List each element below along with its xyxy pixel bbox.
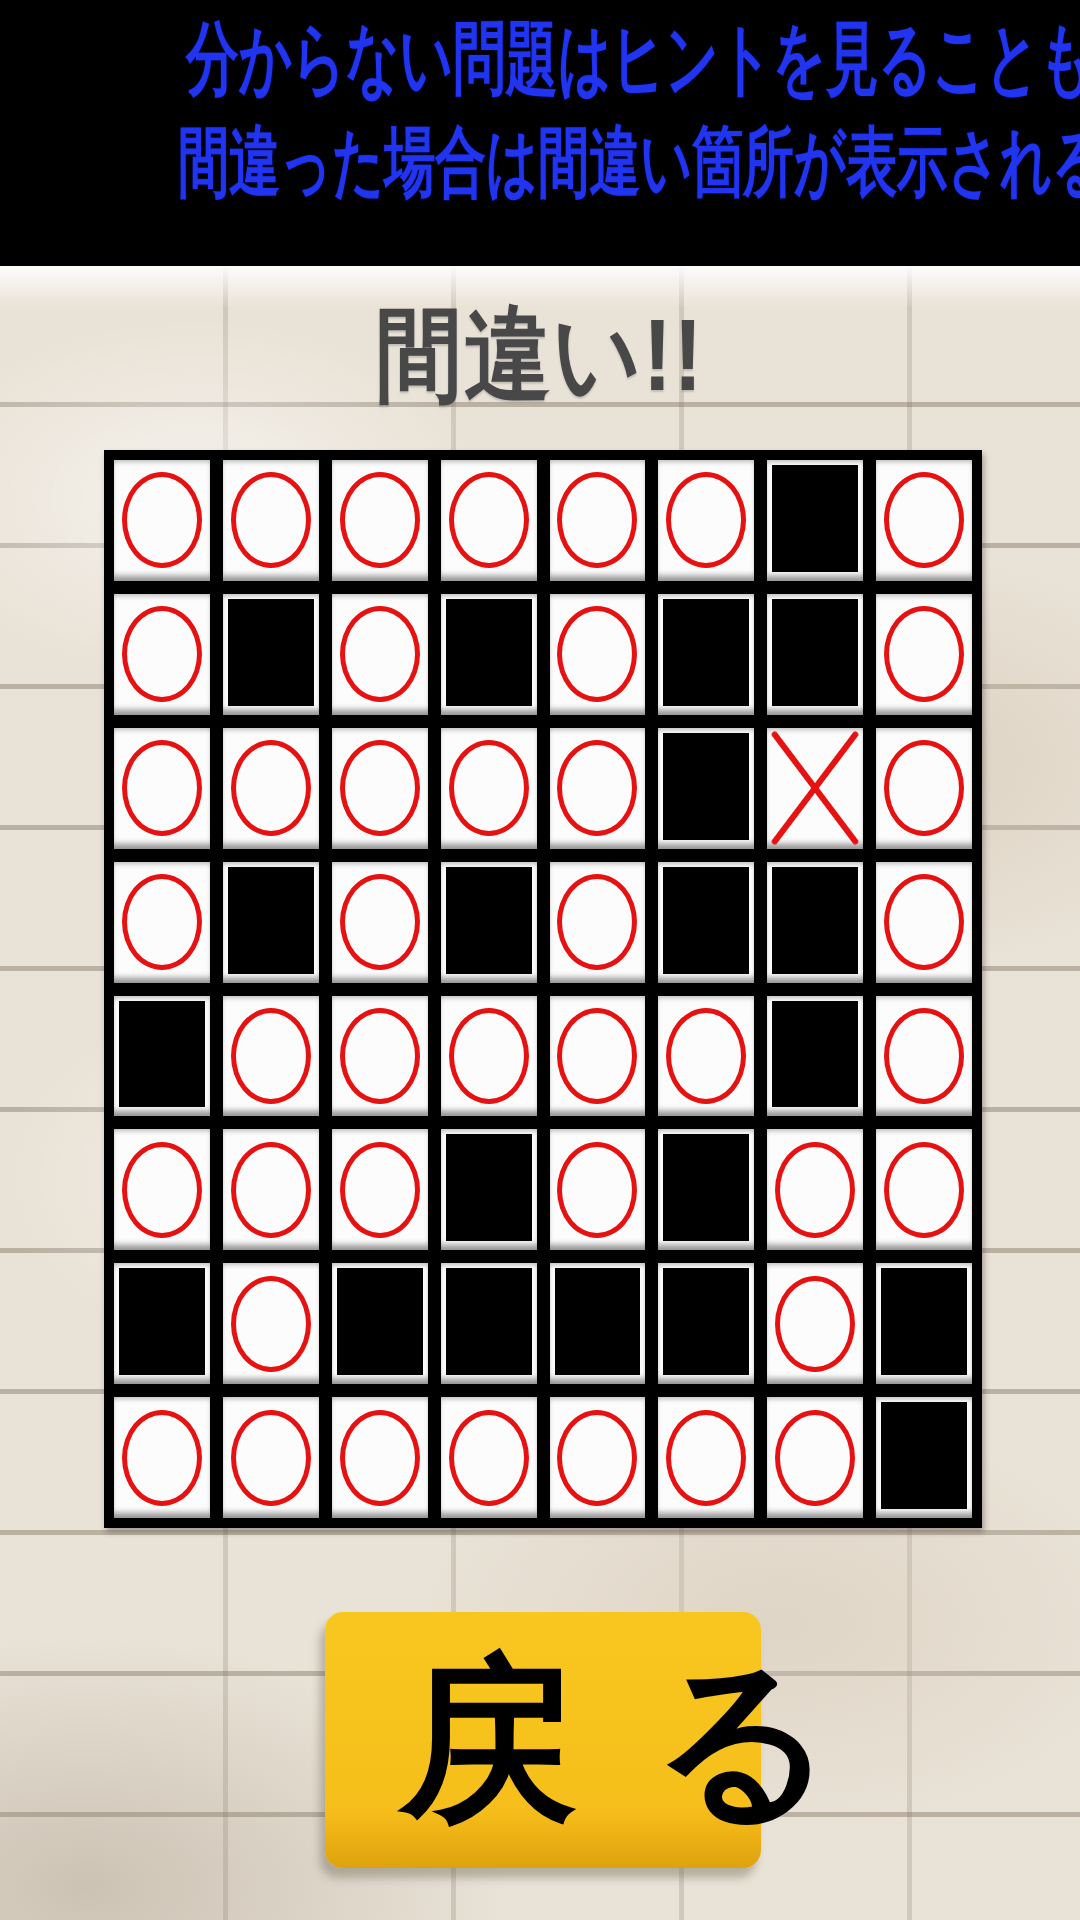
cell-r4c5 bbox=[550, 862, 646, 983]
cell-r1c4 bbox=[441, 460, 537, 581]
cell-r5c6 bbox=[658, 996, 754, 1117]
cell-r3c4 bbox=[441, 728, 537, 849]
cell-r2c1 bbox=[114, 594, 210, 715]
black-fill-marker bbox=[228, 599, 314, 706]
cell-r7c4 bbox=[441, 1263, 537, 1384]
cell-r7c7 bbox=[767, 1263, 863, 1384]
cell-r8c5 bbox=[550, 1397, 646, 1518]
black-fill-marker bbox=[663, 1268, 749, 1375]
circle-marker bbox=[884, 740, 964, 836]
circle-marker bbox=[775, 1276, 855, 1372]
circle-marker bbox=[122, 472, 202, 568]
cell-r7c1 bbox=[114, 1263, 210, 1384]
cross-marker bbox=[767, 728, 863, 849]
back-button[interactable]: 戻る bbox=[325, 1612, 761, 1868]
black-fill-marker bbox=[446, 599, 532, 706]
cell-r5c1 bbox=[114, 996, 210, 1117]
cell-r6c4 bbox=[441, 1129, 537, 1250]
cell-r6c7 bbox=[767, 1129, 863, 1250]
black-fill-marker bbox=[663, 867, 749, 974]
circle-marker bbox=[340, 1410, 420, 1506]
cell-r6c8 bbox=[876, 1129, 972, 1250]
cell-r2c4 bbox=[441, 594, 537, 715]
mistake-title: 間違い!! bbox=[81, 288, 999, 425]
cell-r4c2 bbox=[223, 862, 319, 983]
header-line-1: 分からない問題はヒントを見ることもできる！ bbox=[186, 6, 893, 114]
cell-r3c3 bbox=[332, 728, 428, 849]
circle-marker bbox=[340, 874, 420, 970]
cell-r2c8 bbox=[876, 594, 972, 715]
cell-r1c8 bbox=[876, 460, 972, 581]
black-fill-marker bbox=[772, 599, 858, 706]
circle-marker bbox=[884, 874, 964, 970]
black-fill-marker bbox=[772, 867, 858, 974]
cell-r7c2 bbox=[223, 1263, 319, 1384]
circle-marker bbox=[666, 1008, 746, 1104]
cell-r6c3 bbox=[332, 1129, 428, 1250]
cell-r2c3 bbox=[332, 594, 428, 715]
cell-r3c8 bbox=[876, 728, 972, 849]
cell-r7c3 bbox=[332, 1263, 428, 1384]
black-fill-marker bbox=[446, 1268, 532, 1375]
circle-marker bbox=[231, 1142, 311, 1238]
cell-r6c6 bbox=[658, 1129, 754, 1250]
circle-marker bbox=[557, 740, 637, 836]
header-line-2: 間違った場合は間違い箇所が表示される！ bbox=[178, 112, 902, 215]
cell-r3c1 bbox=[114, 728, 210, 849]
circle-marker bbox=[557, 606, 637, 702]
circle-marker bbox=[231, 1276, 311, 1372]
cell-r8c6 bbox=[658, 1397, 754, 1518]
black-fill-marker bbox=[663, 733, 749, 840]
circle-marker bbox=[449, 472, 529, 568]
cell-r4c7 bbox=[767, 862, 863, 983]
circle-marker bbox=[449, 1410, 529, 1506]
black-fill-marker bbox=[881, 1268, 967, 1375]
cell-r6c2 bbox=[223, 1129, 319, 1250]
circle-marker bbox=[557, 1008, 637, 1104]
header-banner: 分からない問題はヒントを見ることもできる！ 間違った場合は間違い箇所が表示される… bbox=[0, 0, 1080, 266]
app-screen: 分からない問題はヒントを見ることもできる！ 間違った場合は間違い箇所が表示される… bbox=[0, 0, 1080, 1920]
cell-r1c1 bbox=[114, 460, 210, 581]
cell-r5c8 bbox=[876, 996, 972, 1117]
cell-r5c5 bbox=[550, 996, 646, 1117]
cell-r4c3 bbox=[332, 862, 428, 983]
cell-r7c6 bbox=[658, 1263, 754, 1384]
black-fill-marker bbox=[772, 465, 858, 572]
circle-marker bbox=[122, 606, 202, 702]
black-fill-marker bbox=[337, 1268, 423, 1375]
circle-marker bbox=[666, 472, 746, 568]
board bbox=[104, 450, 982, 1528]
black-fill-marker bbox=[228, 867, 314, 974]
black-fill-marker bbox=[772, 1001, 858, 1108]
black-fill-marker bbox=[663, 1134, 749, 1241]
circle-marker bbox=[884, 606, 964, 702]
cell-r8c1 bbox=[114, 1397, 210, 1518]
cell-r4c4 bbox=[441, 862, 537, 983]
cell-r2c6 bbox=[658, 594, 754, 715]
circle-marker bbox=[231, 740, 311, 836]
cell-r5c2 bbox=[223, 996, 319, 1117]
black-fill-marker bbox=[555, 1268, 641, 1375]
black-fill-marker bbox=[119, 1001, 205, 1108]
cell-r5c3 bbox=[332, 996, 428, 1117]
circle-marker bbox=[775, 1142, 855, 1238]
cell-r8c4 bbox=[441, 1397, 537, 1518]
circle-marker bbox=[884, 1008, 964, 1104]
cell-r8c3 bbox=[332, 1397, 428, 1518]
cell-r1c2 bbox=[223, 460, 319, 581]
circle-marker bbox=[122, 740, 202, 836]
circle-marker bbox=[449, 740, 529, 836]
cell-r4c6 bbox=[658, 862, 754, 983]
cell-r2c7 bbox=[767, 594, 863, 715]
cell-r3c5 bbox=[550, 728, 646, 849]
cell-r1c5 bbox=[550, 460, 646, 581]
circle-marker bbox=[340, 606, 420, 702]
cell-r8c8 bbox=[876, 1397, 972, 1518]
cell-r8c2 bbox=[223, 1397, 319, 1518]
circle-marker bbox=[340, 1008, 420, 1104]
cell-r3c6 bbox=[658, 728, 754, 849]
circle-marker bbox=[340, 472, 420, 568]
cell-r1c3 bbox=[332, 460, 428, 581]
circle-marker bbox=[231, 472, 311, 568]
cell-r2c5 bbox=[550, 594, 646, 715]
black-fill-marker bbox=[446, 1134, 532, 1241]
circle-marker bbox=[340, 1142, 420, 1238]
circle-marker bbox=[231, 1410, 311, 1506]
circle-marker bbox=[884, 1142, 964, 1238]
black-fill-marker bbox=[881, 1402, 967, 1509]
circle-marker bbox=[557, 472, 637, 568]
cell-r5c4 bbox=[441, 996, 537, 1117]
circle-marker bbox=[231, 1008, 311, 1104]
cell-r7c8 bbox=[876, 1263, 972, 1384]
circle-marker bbox=[884, 472, 964, 568]
black-fill-marker bbox=[663, 599, 749, 706]
cell-r8c7 bbox=[767, 1397, 863, 1518]
circle-marker bbox=[122, 874, 202, 970]
circle-marker bbox=[557, 1410, 637, 1506]
cell-r6c1 bbox=[114, 1129, 210, 1250]
cell-r3c2 bbox=[223, 728, 319, 849]
circle-marker bbox=[340, 740, 420, 836]
cell-r2c2 bbox=[223, 594, 319, 715]
cell-r3c7 bbox=[767, 728, 863, 849]
circle-marker bbox=[557, 1142, 637, 1238]
cell-r7c5 bbox=[550, 1263, 646, 1384]
black-fill-marker bbox=[119, 1268, 205, 1375]
circle-marker bbox=[449, 1008, 529, 1104]
cell-r6c5 bbox=[550, 1129, 646, 1250]
cell-r1c6 bbox=[658, 460, 754, 581]
cell-r4c1 bbox=[114, 862, 210, 983]
black-fill-marker bbox=[446, 867, 532, 974]
circle-marker bbox=[122, 1142, 202, 1238]
cell-r1c7 bbox=[767, 460, 863, 581]
circle-marker bbox=[122, 1410, 202, 1506]
circle-marker bbox=[775, 1410, 855, 1506]
circle-marker bbox=[666, 1410, 746, 1506]
circle-marker bbox=[557, 874, 637, 970]
cell-r5c7 bbox=[767, 996, 863, 1117]
cell-r4c8 bbox=[876, 862, 972, 983]
